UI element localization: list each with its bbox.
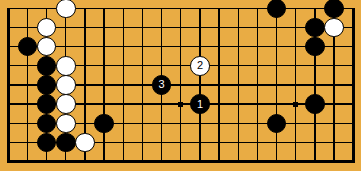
black-stone bbox=[56, 133, 76, 153]
black-stone bbox=[37, 75, 57, 95]
black-stone bbox=[305, 37, 325, 57]
white-stone bbox=[37, 18, 57, 38]
black-stone bbox=[37, 56, 57, 76]
white-stone bbox=[56, 0, 76, 18]
move-number-label: 2 bbox=[197, 60, 203, 71]
move-1-black-stone: 1 bbox=[190, 94, 210, 114]
white-stone bbox=[56, 114, 76, 134]
black-stone bbox=[37, 114, 57, 134]
grid-horizontal-line bbox=[7, 160, 355, 163]
black-stone bbox=[305, 18, 325, 38]
black-stone bbox=[37, 133, 57, 153]
move-3-black-stone: 3 bbox=[152, 75, 172, 95]
black-stone bbox=[305, 94, 325, 114]
move-2-white-stone: 2 bbox=[190, 56, 210, 76]
white-stone bbox=[56, 75, 76, 95]
grid-horizontal-line bbox=[7, 46, 355, 47]
black-stone bbox=[267, 114, 287, 134]
white-stone bbox=[56, 94, 76, 114]
go-board[interactable]: 231 bbox=[0, 0, 361, 171]
white-stone bbox=[75, 133, 95, 153]
move-number-label: 3 bbox=[159, 79, 165, 90]
star-point bbox=[178, 102, 183, 107]
white-stone bbox=[56, 56, 76, 76]
black-stone bbox=[324, 0, 344, 18]
black-stone bbox=[37, 94, 57, 114]
star-point bbox=[293, 102, 298, 107]
black-stone bbox=[267, 0, 287, 18]
grid-horizontal-line bbox=[7, 27, 355, 28]
black-stone bbox=[18, 37, 38, 57]
move-number-label: 1 bbox=[197, 99, 203, 110]
black-stone bbox=[94, 114, 114, 134]
white-stone bbox=[324, 18, 344, 38]
white-stone bbox=[37, 37, 57, 57]
